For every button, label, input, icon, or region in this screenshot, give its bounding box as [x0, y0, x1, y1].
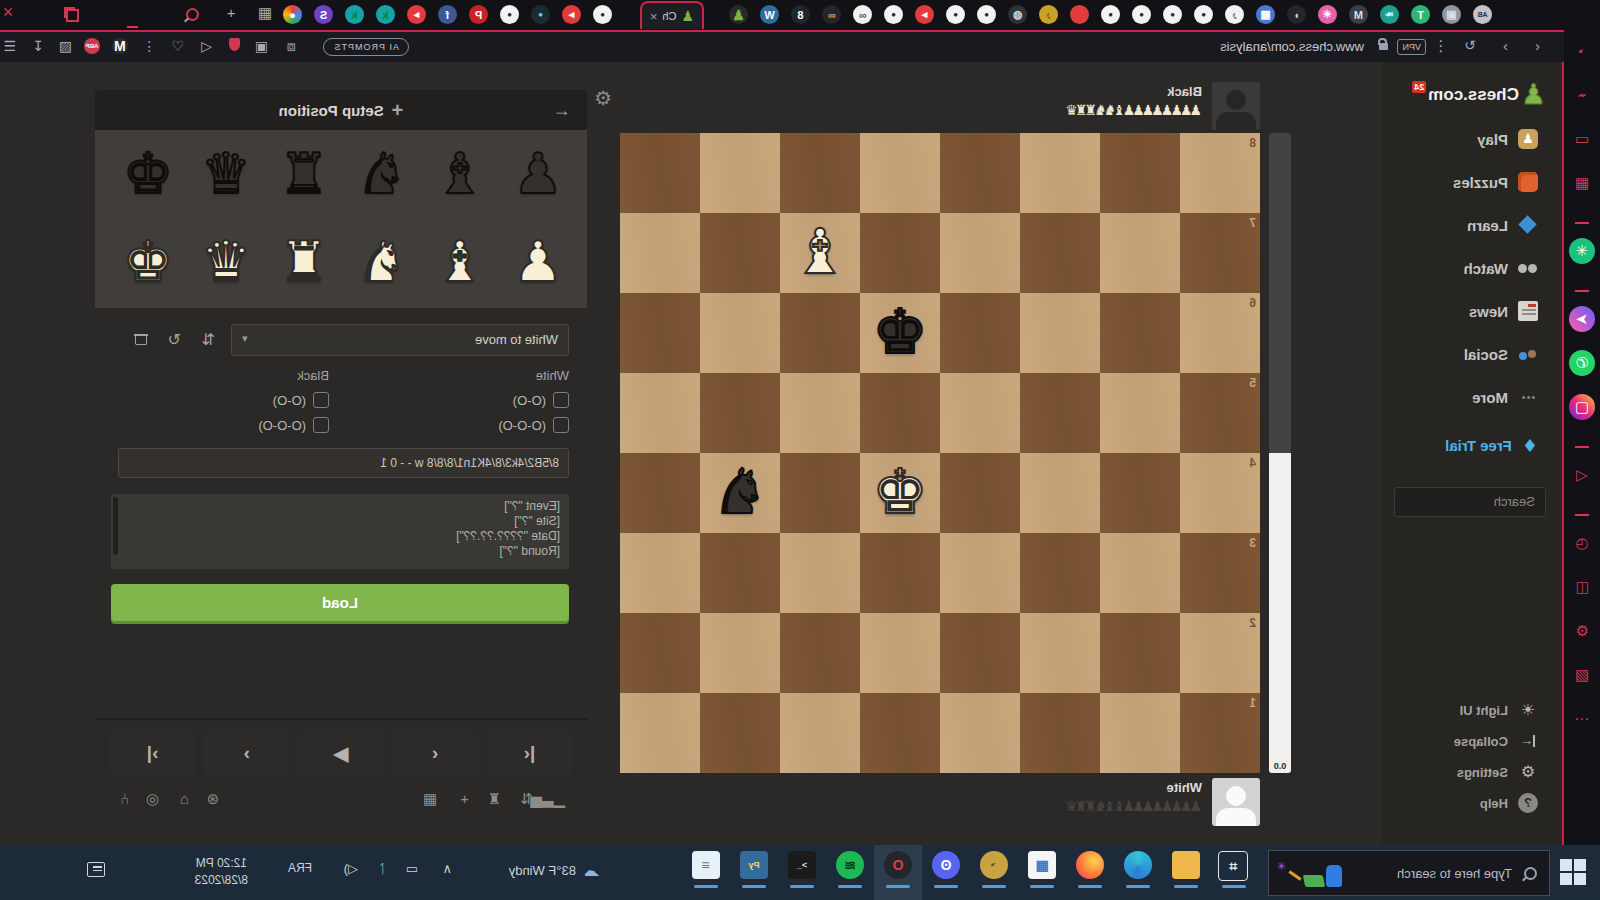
square-d6[interactable]: [940, 293, 1020, 373]
sidebar-item-label: News: [1469, 303, 1508, 320]
chip-icon[interactable]: ▦: [1569, 170, 1595, 196]
castling-option-black-0[interactable]: (O-O): [273, 392, 329, 408]
square-c8[interactable]: [1020, 133, 1100, 213]
speed-dial-icon[interactable]: ◔: [1569, 38, 1595, 64]
castling-header-black: Black: [297, 368, 329, 383]
board-settings-gear-icon[interactable]: ⚙: [594, 86, 612, 110]
palette-white-p[interactable]: ♟: [499, 218, 577, 306]
move-nav-bar: |‹‹▶››|: [109, 730, 573, 776]
url-text[interactable]: www.chess.com/analysis: [1220, 39, 1364, 54]
sidebar-item-more[interactable]: •••More: [1472, 382, 1538, 412]
square-d4[interactable]: [940, 453, 1020, 533]
windows-taskbar: Type here to search ✳ ⌗▦◔ʘO≋>_Py≡ ☁83°F …: [0, 845, 1600, 900]
sidebar-search-input[interactable]: Search: [1394, 487, 1546, 517]
nav-button-1[interactable]: ‹: [392, 730, 479, 776]
avatar-white[interactable]: [1212, 778, 1260, 826]
palette-black-q[interactable]: ♛: [187, 130, 265, 218]
castling-label: (O-O-O): [498, 418, 546, 433]
square-a7[interactable]: [1180, 213, 1260, 293]
language-badge[interactable]: FRA: [288, 861, 312, 875]
sidebar-footer-settings[interactable]: ⚙Settings: [1457, 760, 1538, 784]
whatsapp-icon[interactable]: ✆: [1569, 350, 1595, 376]
square-c3[interactable]: [1020, 533, 1100, 613]
castling-option-white-0[interactable]: (O-O): [513, 392, 569, 408]
panel-divider: [1575, 446, 1589, 448]
back-arrow-icon[interactable]: ←: [553, 100, 571, 121]
github-tab-favicon[interactable]: ●: [884, 5, 903, 24]
chesscom-logo[interactable]: ♟ Chess.com 24: [1412, 78, 1546, 111]
forward-button[interactable]: ›: [1503, 37, 1508, 54]
rank-label-5: 5: [1249, 376, 1256, 390]
capture-icon[interactable]: ⧈: [287, 38, 296, 55]
square-d7[interactable]: [940, 213, 1020, 293]
palette-white-r[interactable]: ♜: [265, 218, 343, 306]
palette-black-n[interactable]: ♞: [343, 130, 421, 218]
square-b4[interactable]: [1100, 453, 1180, 533]
square-e3[interactable]: [860, 533, 940, 613]
checkbox[interactable]: [553, 417, 569, 433]
puzzle-orange-icon: [1518, 172, 1538, 192]
square-a4[interactable]: [1180, 453, 1260, 533]
m-badge-icon[interactable]: M: [112, 38, 128, 54]
square-c6[interactable]: [1020, 293, 1100, 373]
green-pawn-icon: ♟: [1521, 78, 1546, 111]
palette-white-k[interactable]: ♚: [109, 218, 187, 306]
square-f1[interactable]: [780, 693, 860, 773]
castling-label: (O-O-O): [258, 418, 306, 433]
opera-taskbar-icon[interactable]: O: [884, 851, 912, 879]
kite-teal-tab-favicon[interactable]: k: [376, 5, 395, 24]
black-knight-g4[interactable]: ♞: [700, 453, 780, 533]
square-g2[interactable]: [700, 613, 780, 693]
store-taskbar-icon[interactable]: ▦: [1028, 851, 1056, 879]
palette-black-r[interactable]: ♜: [265, 130, 343, 218]
github-tab-favicon[interactable]: ●: [1132, 5, 1151, 24]
piece-palette: ♟♝♞♜♛♚ ♟♝♞♜♛♚: [95, 130, 587, 308]
weather-widget[interactable]: ☁83°F Windy: [509, 861, 600, 880]
sidebar-item-watch[interactable]: Watch: [1464, 253, 1538, 283]
square-e2[interactable]: [860, 613, 940, 693]
square-b2[interactable]: [1100, 613, 1180, 693]
moon-dark-tab-favicon[interactable]: ◗: [1287, 5, 1306, 24]
fen-input[interactable]: 8/5B2/4k3/8/4K1n1/8/8/8 w - - 0 1: [118, 448, 569, 478]
square-c2[interactable]: [1020, 613, 1100, 693]
app-underline: [790, 885, 814, 888]
square-a8[interactable]: [1180, 133, 1260, 213]
square-d3[interactable]: [940, 533, 1020, 613]
sidebar-item-label: More: [1472, 389, 1508, 406]
monitor-icon[interactable]: ▭: [406, 861, 418, 876]
sidebar-item-label: Social: [1464, 346, 1508, 363]
chevron-down-icon: ▾: [242, 332, 248, 345]
youtube-tab-favicon[interactable]: ▸: [407, 5, 426, 24]
square-b1[interactable]: [1100, 693, 1180, 773]
white-king-e4[interactable]: ♚: [860, 453, 940, 533]
mic-icon[interactable]: ᛚ: [378, 861, 386, 876]
captured-pieces-black-side: ♟♟♟♟♟♟♟♟♝♞♞♜♜♛: [1068, 102, 1202, 118]
square-a1[interactable]: [1180, 693, 1260, 773]
weather-text: 83°F Windy: [509, 863, 576, 878]
nav-button-0[interactable]: |‹: [486, 730, 573, 776]
back-button[interactable]: ‹: [1535, 37, 1540, 54]
checkbox[interactable]: [553, 392, 569, 408]
new-tab-icon[interactable]: +: [220, 4, 242, 21]
trash-icon[interactable]: [133, 331, 147, 351]
s-purple-tab-favicon[interactable]: S: [314, 5, 333, 24]
share-branch-icon[interactable]: ⑃: [120, 790, 129, 807]
infinity-grey-tab-favicon[interactable]: ∞: [853, 5, 872, 24]
github-tab-favicon[interactable]: ●: [977, 5, 996, 24]
square-b8[interactable]: [1100, 133, 1180, 213]
sidebar-footer-light-ui[interactable]: ☀Light UI: [1460, 698, 1538, 722]
app-underline: [934, 885, 958, 888]
palette-white-q[interactable]: ♛: [187, 218, 265, 306]
github-tab-favicon[interactable]: ●: [1101, 5, 1120, 24]
broom-icon[interactable]: ⌁: [1569, 82, 1595, 108]
pgn-textarea[interactable]: [Event "?"][Site "?"][Date "????.??.??"]…: [111, 494, 569, 569]
square-h2[interactable]: [620, 613, 700, 693]
ai-prompts-pill[interactable]: AI PROMPTS: [323, 38, 409, 56]
pinterest-tab-favicon[interactable]: P: [469, 5, 488, 24]
abp-badge-icon[interactable]: ABP: [84, 38, 100, 54]
chess-board[interactable]: 87654321abcdefgh♝♚♚♞: [620, 133, 1260, 773]
square-d5[interactable]: [940, 373, 1020, 453]
sidebar-item-news[interactable]: News: [1469, 296, 1538, 326]
castling-option-black-1[interactable]: (O-O-O): [258, 417, 329, 433]
square-g5[interactable]: [700, 373, 780, 453]
checkbox[interactable]: [313, 392, 329, 408]
react-tab-favicon[interactable]: ●: [531, 5, 550, 24]
edge-taskbar-icon[interactable]: [1124, 851, 1152, 879]
file-label-a: a: [1185, 757, 1192, 771]
reset-icon[interactable]: ↻: [168, 330, 181, 349]
square-h1[interactable]: [620, 693, 700, 773]
notification-icon[interactable]: [87, 862, 105, 877]
square-c1[interactable]: [1020, 693, 1100, 773]
square-g7[interactable]: [700, 213, 780, 293]
load-button[interactable]: Load: [111, 584, 569, 621]
square-g1[interactable]: [700, 693, 780, 773]
adblock-text-tab-favicon[interactable]: AB: [1473, 5, 1492, 24]
sidebar-footer-collapse[interactable]: ←Collapse: [1454, 729, 1538, 753]
square-f6[interactable]: [780, 293, 860, 373]
square-g8[interactable]: [700, 133, 780, 213]
tab-active[interactable]: ♟Ch×: [640, 1, 704, 29]
sidebar-footer-label: Settings: [1457, 765, 1508, 780]
square-f3[interactable]: [780, 533, 860, 613]
palette-white-b[interactable]: ♝: [421, 218, 499, 306]
chesscom-pawn-tab-favicon[interactable]: ♟: [729, 5, 748, 24]
grad-cap-icon: [1518, 215, 1538, 235]
weather-cloud-icon: ☁: [584, 861, 600, 880]
zoom-star-icon[interactable]: ⊛: [206, 790, 219, 808]
sidebar-item-play[interactable]: ♟Play: [1477, 124, 1538, 154]
restore-button[interactable]: [62, 8, 84, 25]
github-tab-favicon[interactable]: ●: [1194, 5, 1213, 24]
infinity-orange-tab-favicon[interactable]: ∞: [822, 5, 841, 24]
square-b6[interactable]: [1100, 293, 1180, 373]
sidebar-footer-label: Light UI: [1460, 703, 1508, 718]
shield-red-icon[interactable]: [229, 38, 240, 54]
chesscom-sidebar: ♟ Chess.com 24 ♟PlayPuzzlesLearnWatchNew…: [1382, 62, 1560, 845]
square-a5[interactable]: [1180, 373, 1260, 453]
close-button[interactable]: ×: [0, 2, 19, 23]
chesscom-pawn-favicon: ♟: [681, 8, 694, 24]
clock-widget[interactable]: 12:20 PM8/28/2023: [195, 855, 248, 889]
rank-label-7: 7: [1249, 216, 1256, 230]
lock-icon: [1379, 36, 1388, 54]
tray-date: 8/28/2023: [195, 872, 248, 889]
sidebar-footer-label: Collapse: [1454, 734, 1508, 749]
sliders-icon[interactable]: ☰: [3, 38, 16, 54]
square-d1[interactable]: [940, 693, 1020, 773]
palette-white-n[interactable]: ♞: [343, 218, 421, 306]
history-clock-icon[interactable]: ◷: [1569, 530, 1595, 556]
player-name-white[interactable]: White: [1167, 780, 1202, 795]
nav-button-4[interactable]: ›|: [109, 730, 196, 776]
messenger-icon[interactable]: ➤: [1569, 306, 1595, 332]
chesscom-page: ♟ Chess.com 24 ♟PlayPuzzlesLearnWatchNew…: [0, 62, 1562, 845]
app-underline: [838, 885, 862, 888]
square-c7[interactable]: [1020, 213, 1100, 293]
sidebar-item-puzzles[interactable]: Puzzles: [1453, 167, 1538, 197]
twitch-icon[interactable]: ▭: [1569, 126, 1595, 152]
square-a3[interactable]: [1180, 533, 1260, 613]
leaf-teal-tab-favicon[interactable]: ❧: [1380, 5, 1399, 24]
castling-label: (O-O): [273, 393, 306, 408]
gold-app-taskbar-icon[interactable]: ◔: [980, 851, 1008, 879]
image-icon[interactable]: ▨: [1569, 662, 1595, 688]
note-white-tab-favicon[interactable]: ♪: [1225, 5, 1244, 24]
tab-search-icon[interactable]: [182, 7, 204, 24]
github-tab-favicon[interactable]: ●: [500, 5, 519, 24]
rank-label-3: 3: [1249, 536, 1256, 550]
logo-text: Chess.com: [1428, 85, 1519, 105]
square-b5[interactable]: [1100, 373, 1180, 453]
pgn-line: [Round "?"]: [111, 544, 560, 559]
captured-pieces-white-side: ♟♟♟♟♟♟♟♟♝♝♞♜♜♛: [1068, 798, 1202, 814]
panel-divider: [1575, 290, 1589, 292]
nav-button-3[interactable]: ›: [203, 730, 290, 776]
sidebar-item-label: Watch: [1464, 260, 1508, 277]
rank-label-2: 2: [1249, 616, 1256, 630]
vpn-badge[interactable]: VPN: [1397, 39, 1426, 55]
square-b7[interactable]: [1100, 213, 1180, 293]
dots-icon[interactable]: ⋯: [1569, 706, 1595, 732]
nav-button-2[interactable]: ▶: [297, 730, 384, 776]
github-tab-favicon[interactable]: ●: [593, 5, 612, 24]
square-f4[interactable]: [780, 453, 860, 533]
play-circle-icon[interactable]: ◁: [1569, 462, 1595, 488]
palette-black-b[interactable]: ♝: [421, 130, 499, 218]
teams-green-tab-favicon[interactable]: T: [1411, 5, 1430, 24]
square-g3[interactable]: [700, 533, 780, 613]
file-label-b: b: [1105, 757, 1112, 771]
collapse-arrow-icon: ←: [1518, 731, 1538, 751]
app-underline: [1126, 885, 1150, 888]
file-label-c: c: [1025, 757, 1032, 771]
people-icon: [1518, 344, 1538, 364]
square-h8[interactable]: [620, 133, 700, 213]
rank-label-4: 4: [1249, 456, 1256, 470]
square-e1[interactable]: [860, 693, 940, 773]
bars-chart-icon[interactable]: ▁▃▅: [530, 790, 565, 808]
tray-chevron-up-icon[interactable]: ∧: [442, 861, 452, 876]
chip-blue-tab-favicon[interactable]: ▦: [1256, 5, 1275, 24]
panel-divider: [1575, 514, 1589, 516]
checkbox[interactable]: [313, 417, 329, 433]
github-tab-favicon[interactable]: ●: [1163, 5, 1182, 24]
diamond-icon: ♦: [1522, 435, 1538, 456]
square-d2[interactable]: [940, 613, 1020, 693]
app-underline: [1174, 885, 1198, 888]
square-e7[interactable]: [860, 213, 940, 293]
flip-icon[interactable]: ⇅: [520, 790, 533, 808]
eval-value: 0.0: [1269, 761, 1291, 771]
setup-title: Setup Position: [279, 102, 384, 119]
square-h6[interactable]: [620, 293, 700, 373]
square-h3[interactable]: [620, 533, 700, 613]
globe-dark-tab-favicon[interactable]: ◍: [1008, 5, 1027, 24]
start-button[interactable]: [1560, 859, 1586, 885]
castling-option-white-1[interactable]: (O-O-O): [498, 417, 569, 433]
divider-dots-icon[interactable]: ⋮: [142, 38, 156, 54]
reload-button[interactable]: ↻: [1464, 37, 1476, 53]
newspaper-icon: [1518, 301, 1538, 321]
palette-black-k[interactable]: ♚: [109, 130, 187, 218]
player-name-black[interactable]: Black: [1167, 84, 1202, 99]
gear-icon[interactable]: ⚙: [1569, 618, 1595, 644]
flower-pink-tab-favicon[interactable]: ✳: [1318, 5, 1337, 24]
square-h5[interactable]: [620, 373, 700, 453]
eightball-dark-tab-favicon[interactable]: 8: [791, 5, 810, 24]
search-artwork: ✳: [1277, 860, 1342, 887]
play-hand-icon: ♟: [1518, 129, 1538, 149]
app-underline: [1078, 885, 1102, 888]
file-label-g: g: [705, 757, 712, 771]
instagram-icon[interactable]: ▢: [1569, 394, 1595, 420]
question-icon: ?: [1518, 793, 1538, 813]
tray-time: 12:20 PM: [195, 855, 248, 872]
m-dark-tab-favicon[interactable]: M: [1349, 5, 1368, 24]
square-a2[interactable]: [1180, 613, 1260, 693]
minimize-button[interactable]: [122, 14, 144, 31]
chrome-tab-favicon[interactable]: ●: [283, 5, 302, 24]
box-grey-tab-favicon[interactable]: ▣: [1442, 5, 1461, 24]
heart-icon[interactable]: ♡: [171, 38, 184, 54]
square-h4[interactable]: [620, 453, 700, 533]
app-underline: [982, 885, 1006, 888]
dots-icon: •••: [1518, 387, 1538, 407]
square-c5[interactable]: [1020, 373, 1100, 453]
plus-icon[interactable]: +: [392, 99, 404, 122]
rank-label-8: 8: [1249, 136, 1256, 150]
sidebar-footer-help[interactable]: ?Help: [1480, 791, 1538, 815]
square-e5[interactable]: [860, 373, 940, 453]
eval-bar-white: [1269, 453, 1291, 773]
square-f2[interactable]: [780, 613, 860, 693]
terminal-taskbar-icon[interactable]: >_: [788, 851, 816, 879]
firefox-taskbar-icon[interactable]: [1076, 851, 1104, 879]
wordpress-tab-favicon[interactable]: W: [760, 5, 779, 24]
browser-toolbar: ‹ › ↻ ⋮ VPN www.chess.com/analysis AI PR…: [0, 32, 1564, 62]
square-d8[interactable]: [940, 133, 1020, 213]
app-underline: [742, 885, 766, 888]
notepad-taskbar-icon[interactable]: ≡: [692, 851, 720, 879]
discord-taskbar-icon[interactable]: ʘ: [932, 851, 960, 879]
pgn-line: [Date "????.??.??"]: [111, 529, 560, 544]
kite-teal-tab-favicon[interactable]: k: [345, 5, 364, 24]
box-3d-icon[interactable]: ◫: [1569, 574, 1595, 600]
square-e8[interactable]: [860, 133, 940, 213]
target-disc-icon[interactable]: ◎: [146, 790, 159, 808]
square-b3[interactable]: [1100, 533, 1180, 613]
spotify-taskbar-icon[interactable]: ≋: [836, 851, 864, 879]
sidebar-item-label: Learn: [1467, 217, 1508, 234]
taskbar-search[interactable]: Type here to search ✳: [1268, 850, 1550, 896]
download-icon[interactable]: ↧: [32, 38, 44, 54]
square-g6[interactable]: [700, 293, 780, 373]
black-king-e6[interactable]: ♚: [860, 293, 940, 373]
plus-icon[interactable]: +: [460, 790, 469, 807]
sidebar-item-free-trial[interactable]: ♦ Free Trial: [1445, 430, 1538, 460]
wireframe-taskbar-icon[interactable]: ⌗: [1218, 851, 1248, 881]
square-a6[interactable]: [1180, 293, 1260, 373]
tab-grid-icon[interactable]: ▦: [254, 4, 276, 22]
chatgpt-icon[interactable]: ✳: [1569, 238, 1595, 264]
menu-dots-icon[interactable]: ⋮: [1433, 37, 1448, 55]
square-c4[interactable]: [1020, 453, 1100, 533]
speaker-icon[interactable]: ◁): [344, 861, 358, 876]
send-icon[interactable]: ◁: [201, 38, 212, 54]
python-taskbar-icon[interactable]: Py: [740, 851, 768, 879]
flip-colors-icon[interactable]: ⇅: [202, 330, 215, 349]
palette-black-p[interactable]: ♟: [499, 130, 577, 218]
tab-close-icon[interactable]: ×: [650, 9, 658, 24]
taskbar-search-placeholder: Type here to search: [1342, 866, 1512, 881]
facebook-tab-favicon[interactable]: f: [438, 5, 457, 24]
camera-icon[interactable]: ▣: [255, 38, 268, 54]
github-tab-favicon[interactable]: ●: [946, 5, 965, 24]
browser-panel-bar: ◔⌁▭▦✳➤✆▢◁◷◫⚙▨⋯: [1562, 0, 1600, 845]
turn-dropdown[interactable]: White to move ▾: [231, 324, 569, 356]
rank-label-6: 6: [1249, 296, 1256, 310]
pgn-scrollbar[interactable]: [113, 497, 118, 555]
file-label-e: e: [865, 757, 872, 771]
square-f5[interactable]: [780, 373, 860, 453]
square-f8[interactable]: [780, 133, 860, 213]
violin-gold-tab-favicon[interactable]: ♪: [1039, 5, 1058, 24]
bank-icon[interactable]: ⌂: [180, 790, 189, 807]
panel-divider: [1575, 222, 1589, 224]
sidebar-item-social[interactable]: Social: [1464, 339, 1538, 369]
board-grid-icon[interactable]: ▦: [423, 790, 437, 808]
white-bishop-f7[interactable]: ♝: [780, 213, 860, 293]
folder-taskbar-icon[interactable]: [1172, 851, 1200, 879]
sidebar-footer-label: Help: [1480, 796, 1508, 811]
square-h7[interactable]: [620, 213, 700, 293]
sun-icon: ☀: [1518, 700, 1538, 720]
app-underline: [886, 885, 910, 888]
rank-label-1: 1: [1249, 696, 1256, 710]
castle-icon[interactable]: ♜: [488, 790, 501, 808]
cube-icon[interactable]: ▧: [59, 38, 72, 54]
youtube-tab-favicon[interactable]: ▸: [915, 5, 934, 24]
red-dot-tab-favicon[interactable]: [1070, 5, 1089, 24]
youtube-tab-favicon[interactable]: ▸: [562, 5, 581, 24]
avatar-black[interactable]: [1212, 82, 1260, 130]
sidebar-item-learn[interactable]: Learn: [1467, 210, 1538, 240]
